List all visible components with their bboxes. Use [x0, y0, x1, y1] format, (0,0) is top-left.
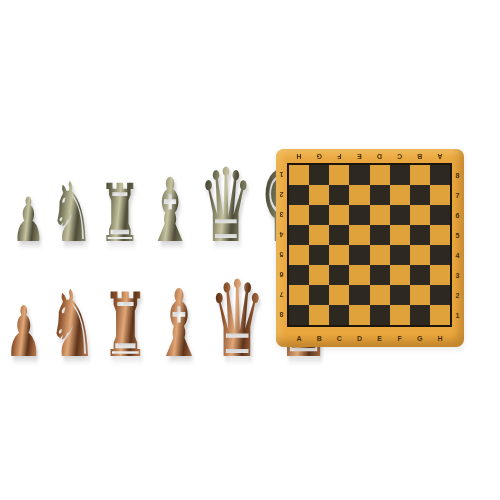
square-e1: [370, 305, 390, 325]
square-f6: [390, 205, 410, 225]
rank-left-3: 3: [277, 205, 286, 225]
square-b5: [309, 225, 329, 245]
square-h7: [430, 185, 450, 205]
bronze-queen: ♛: [198, 155, 253, 257]
bronze-pawn: ♟: [12, 190, 45, 251]
rank-left-7: 7: [277, 285, 286, 305]
square-a2: [289, 285, 309, 305]
square-h3: [430, 265, 450, 285]
square-h4: [430, 245, 450, 265]
copper-pawn: ♟: [5, 297, 43, 367]
rank-right-1: 1: [453, 305, 462, 325]
rank-left-4: 4: [277, 225, 286, 245]
square-b4: [309, 245, 329, 265]
square-e8: [370, 165, 390, 185]
square-d4: [349, 245, 369, 265]
rank-labels-right: 87654321: [453, 165, 462, 325]
copper-knight: ♞: [47, 278, 96, 370]
square-d3: [349, 265, 369, 285]
square-h8: [430, 165, 450, 185]
square-g5: [410, 225, 430, 245]
square-a8: [289, 165, 309, 185]
file-bottom-b: B: [309, 334, 329, 344]
square-e2: [370, 285, 390, 305]
square-d2: [349, 285, 369, 305]
file-top-c: C: [390, 151, 410, 161]
square-h6: [430, 205, 450, 225]
square-a5: [289, 225, 309, 245]
rank-right-3: 3: [453, 265, 462, 285]
square-b8: [309, 165, 329, 185]
file-labels-top: ABCDEFGH: [289, 151, 450, 161]
square-f2: [390, 285, 410, 305]
square-h5: [430, 225, 450, 245]
chessboard: ABCDEFGH 87654321 87654321 ABCDEFGH: [276, 149, 464, 347]
rank-right-6: 6: [453, 205, 462, 225]
square-f4: [390, 245, 410, 265]
copper-rook: ♜: [102, 282, 149, 370]
file-labels-bottom: ABCDEFGH: [289, 334, 450, 344]
square-f5: [390, 225, 410, 245]
square-e6: [370, 205, 390, 225]
square-e5: [370, 225, 390, 245]
file-bottom-f: F: [390, 334, 410, 344]
copper-queen: ♛: [209, 266, 266, 372]
square-h2: [430, 285, 450, 305]
file-top-b: B: [410, 151, 430, 161]
square-g8: [410, 165, 430, 185]
file-bottom-g: G: [410, 334, 430, 344]
rank-left-8: 8: [277, 305, 286, 325]
square-g1: [410, 305, 430, 325]
file-top-g: G: [309, 151, 329, 161]
square-a7: [289, 185, 309, 205]
board-frame: [287, 163, 452, 327]
square-c8: [329, 165, 349, 185]
bronze-bishop: ♝: [146, 167, 193, 255]
square-d5: [349, 225, 369, 245]
file-top-f: F: [329, 151, 349, 161]
square-a4: [289, 245, 309, 265]
square-c7: [329, 185, 349, 205]
square-c4: [329, 245, 349, 265]
square-c2: [329, 285, 349, 305]
square-g4: [410, 245, 430, 265]
copper-bishop: ♝: [154, 278, 204, 371]
product-image: ♟♞♜♝♛♚ ♟♞♜♝♛♚ ABCDEFGH 87654321 87654321…: [0, 0, 500, 500]
square-e4: [370, 245, 390, 265]
square-c5: [329, 225, 349, 245]
square-b1: [309, 305, 329, 325]
square-e3: [370, 265, 390, 285]
square-h1: [430, 305, 450, 325]
square-e7: [370, 185, 390, 205]
square-b2: [309, 285, 329, 305]
square-d7: [349, 185, 369, 205]
file-top-e: E: [349, 151, 369, 161]
square-d8: [349, 165, 369, 185]
square-f8: [390, 165, 410, 185]
square-c6: [329, 205, 349, 225]
square-b6: [309, 205, 329, 225]
rank-right-2: 2: [453, 285, 462, 305]
rank-right-5: 5: [453, 225, 462, 245]
file-bottom-e: E: [370, 334, 390, 344]
square-b7: [309, 185, 329, 205]
square-c3: [329, 265, 349, 285]
square-f3: [390, 265, 410, 285]
rank-left-6: 6: [277, 265, 286, 285]
rank-left-5: 5: [277, 245, 286, 265]
bronze-rook: ♜: [99, 174, 142, 254]
file-top-d: D: [370, 151, 390, 161]
square-f1: [390, 305, 410, 325]
rank-left-2: 2: [277, 185, 286, 205]
square-b3: [309, 265, 329, 285]
rank-labels-left: 87654321: [277, 165, 286, 325]
square-d1: [349, 305, 369, 325]
square-g3: [410, 265, 430, 285]
rank-right-7: 7: [453, 185, 462, 205]
square-g2: [410, 285, 430, 305]
file-bottom-h: H: [430, 334, 450, 344]
square-f7: [390, 185, 410, 205]
file-top-a: A: [430, 151, 450, 161]
rank-right-8: 8: [453, 165, 462, 185]
square-g6: [410, 205, 430, 225]
board-grid: [289, 165, 450, 325]
square-g7: [410, 185, 430, 205]
file-bottom-d: D: [349, 334, 369, 344]
rank-left-1: 1: [277, 165, 286, 185]
square-a1: [289, 305, 309, 325]
rank-right-4: 4: [453, 245, 462, 265]
square-c1: [329, 305, 349, 325]
square-a6: [289, 205, 309, 225]
file-bottom-c: C: [329, 334, 349, 344]
file-top-h: H: [289, 151, 309, 161]
file-bottom-a: A: [289, 334, 309, 344]
bronze-knight: ♞: [50, 172, 94, 254]
square-a3: [289, 265, 309, 285]
square-d6: [349, 205, 369, 225]
